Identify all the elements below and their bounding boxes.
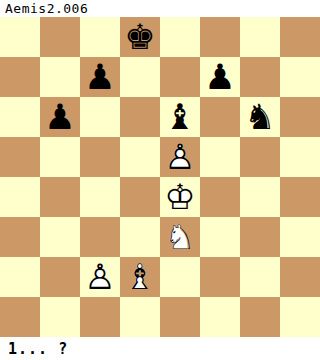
square-a1[interactable] bbox=[0, 297, 40, 337]
square-h8[interactable] bbox=[280, 17, 320, 57]
square-a4[interactable] bbox=[0, 177, 40, 217]
square-b5[interactable] bbox=[40, 137, 80, 177]
square-e6[interactable]: ♝ bbox=[160, 97, 200, 137]
square-b1[interactable] bbox=[40, 297, 80, 337]
chess-board: ♚♟♟♟♝♞♟♙♚♔♞♘♟♙♝♗ bbox=[0, 17, 320, 337]
black-knight-piece: ♞ bbox=[240, 97, 280, 137]
square-a8[interactable] bbox=[0, 17, 40, 57]
square-h2[interactable] bbox=[280, 257, 320, 297]
square-a7[interactable] bbox=[0, 57, 40, 97]
square-d7[interactable] bbox=[120, 57, 160, 97]
white-bishop-piece: ♝♗ bbox=[120, 257, 160, 297]
square-b4[interactable] bbox=[40, 177, 80, 217]
square-f3[interactable] bbox=[200, 217, 240, 257]
square-a6[interactable] bbox=[0, 97, 40, 137]
square-e7[interactable] bbox=[160, 57, 200, 97]
square-h3[interactable] bbox=[280, 217, 320, 257]
white-knight-piece: ♞♘ bbox=[160, 217, 200, 257]
square-c1[interactable] bbox=[80, 297, 120, 337]
square-e4[interactable]: ♚♔ bbox=[160, 177, 200, 217]
move-prompt: 1... ? bbox=[0, 337, 320, 358]
black-pawn-piece: ♟ bbox=[80, 57, 120, 97]
square-c5[interactable] bbox=[80, 137, 120, 177]
square-g3[interactable] bbox=[240, 217, 280, 257]
square-b8[interactable] bbox=[40, 17, 80, 57]
square-d2[interactable]: ♝♗ bbox=[120, 257, 160, 297]
square-g6[interactable]: ♞ bbox=[240, 97, 280, 137]
square-c8[interactable] bbox=[80, 17, 120, 57]
square-e8[interactable] bbox=[160, 17, 200, 57]
square-b3[interactable] bbox=[40, 217, 80, 257]
square-e2[interactable] bbox=[160, 257, 200, 297]
white-pawn-piece: ♟♙ bbox=[80, 257, 120, 297]
square-f7[interactable]: ♟ bbox=[200, 57, 240, 97]
black-king-piece: ♚ bbox=[120, 17, 160, 57]
square-a5[interactable] bbox=[0, 137, 40, 177]
square-d6[interactable] bbox=[120, 97, 160, 137]
square-e1[interactable] bbox=[160, 297, 200, 337]
square-e5[interactable]: ♟♙ bbox=[160, 137, 200, 177]
black-pawn-piece: ♟ bbox=[200, 57, 240, 97]
square-h4[interactable] bbox=[280, 177, 320, 217]
square-e3[interactable]: ♞♘ bbox=[160, 217, 200, 257]
square-h6[interactable] bbox=[280, 97, 320, 137]
white-pawn-piece: ♟♙ bbox=[160, 137, 200, 177]
square-g1[interactable] bbox=[240, 297, 280, 337]
diagram-title: Aemis2.006 bbox=[0, 0, 320, 17]
square-b7[interactable] bbox=[40, 57, 80, 97]
black-pawn-piece: ♟ bbox=[40, 97, 80, 137]
black-bishop-piece: ♝ bbox=[160, 97, 200, 137]
square-f1[interactable] bbox=[200, 297, 240, 337]
square-h1[interactable] bbox=[280, 297, 320, 337]
square-d1[interactable] bbox=[120, 297, 160, 337]
square-f8[interactable] bbox=[200, 17, 240, 57]
square-d3[interactable] bbox=[120, 217, 160, 257]
square-f5[interactable] bbox=[200, 137, 240, 177]
square-g2[interactable] bbox=[240, 257, 280, 297]
square-f2[interactable] bbox=[200, 257, 240, 297]
square-d4[interactable] bbox=[120, 177, 160, 217]
square-f4[interactable] bbox=[200, 177, 240, 217]
square-b2[interactable] bbox=[40, 257, 80, 297]
square-d8[interactable]: ♚ bbox=[120, 17, 160, 57]
square-g8[interactable] bbox=[240, 17, 280, 57]
square-h7[interactable] bbox=[280, 57, 320, 97]
square-f6[interactable] bbox=[200, 97, 240, 137]
square-g7[interactable] bbox=[240, 57, 280, 97]
square-b6[interactable]: ♟ bbox=[40, 97, 80, 137]
square-a3[interactable] bbox=[0, 217, 40, 257]
square-h5[interactable] bbox=[280, 137, 320, 177]
square-c7[interactable]: ♟ bbox=[80, 57, 120, 97]
square-d5[interactable] bbox=[120, 137, 160, 177]
square-g5[interactable] bbox=[240, 137, 280, 177]
square-g4[interactable] bbox=[240, 177, 280, 217]
square-c2[interactable]: ♟♙ bbox=[80, 257, 120, 297]
square-a2[interactable] bbox=[0, 257, 40, 297]
white-king-piece: ♚♔ bbox=[160, 177, 200, 217]
square-c4[interactable] bbox=[80, 177, 120, 217]
square-c6[interactable] bbox=[80, 97, 120, 137]
square-c3[interactable] bbox=[80, 217, 120, 257]
